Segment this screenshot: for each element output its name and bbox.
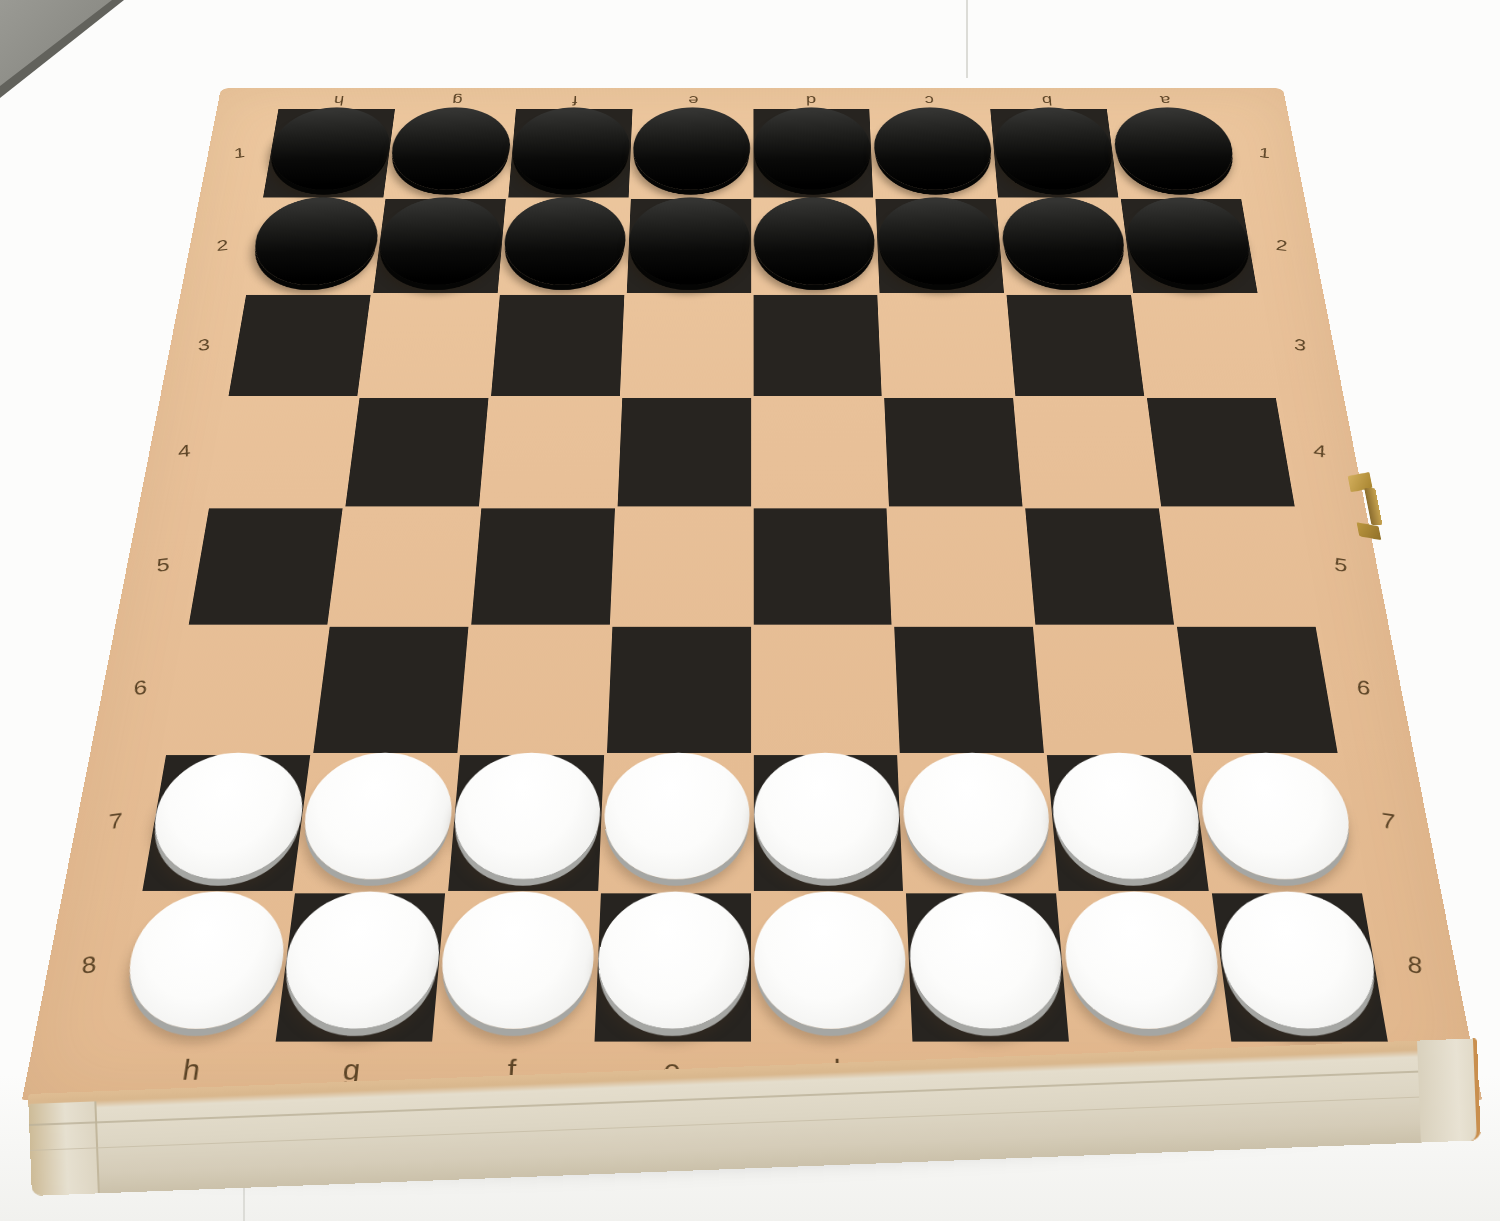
square — [872, 109, 996, 197]
white-checker — [437, 891, 597, 1029]
square — [373, 199, 506, 293]
black-checker — [387, 108, 513, 190]
square — [1025, 508, 1174, 625]
white-checker — [602, 753, 750, 880]
white-checker — [145, 753, 310, 880]
square — [295, 755, 457, 891]
white-checker — [297, 753, 456, 880]
square — [229, 295, 371, 396]
rank-label: 4 — [1282, 393, 1357, 511]
box-front-right-cap — [1417, 1038, 1481, 1142]
square — [612, 508, 751, 625]
square — [889, 508, 1033, 625]
square — [601, 755, 751, 891]
black-checker — [501, 197, 628, 285]
rank-label: 3 — [1263, 291, 1336, 401]
square — [753, 109, 873, 197]
white-checker — [754, 753, 902, 880]
rank-label: 7 — [1347, 749, 1428, 897]
square — [1177, 627, 1338, 753]
square — [1047, 755, 1209, 891]
square — [209, 398, 357, 506]
white-checker — [595, 891, 749, 1029]
square — [622, 295, 751, 396]
square — [142, 755, 310, 891]
square — [460, 627, 610, 753]
file-labels-top: h g f e d c b a — [278, 91, 1225, 110]
square — [448, 755, 604, 891]
rank-label: 1 — [1229, 106, 1298, 202]
square — [330, 508, 479, 625]
square — [1133, 295, 1275, 396]
square — [998, 199, 1131, 293]
square — [471, 508, 615, 625]
square — [1194, 755, 1362, 891]
rank-label: 3 — [169, 291, 239, 400]
checker-grid — [116, 109, 1388, 1042]
black-checker — [248, 197, 382, 285]
black-checker — [265, 108, 395, 190]
white-checker — [278, 891, 444, 1029]
white-checker — [119, 891, 291, 1029]
board-top-surface: h g f e d c b a 1 2 3 4 5 6 7 8 1 — [22, 88, 1482, 1100]
box-lower-seam — [30, 1094, 1479, 1151]
black-checker — [1121, 197, 1255, 285]
square — [990, 109, 1118, 197]
rank-label: 4 — [149, 394, 221, 511]
white-checker — [907, 891, 1067, 1029]
square — [617, 398, 751, 506]
square — [906, 894, 1069, 1042]
rank-label: 8 — [46, 887, 130, 1047]
square — [876, 199, 1005, 293]
black-checker — [876, 197, 1003, 285]
white-checker — [450, 753, 604, 880]
square — [500, 199, 629, 293]
square — [263, 109, 395, 197]
square — [481, 398, 619, 506]
white-checker — [754, 891, 908, 1029]
square — [246, 199, 383, 293]
square — [1121, 199, 1258, 293]
black-checker — [627, 197, 750, 285]
square — [345, 398, 488, 506]
rank-label: 1 — [206, 106, 273, 201]
square — [753, 627, 897, 753]
rank-label: 5 — [127, 503, 201, 629]
black-checker — [754, 108, 873, 190]
white-checker — [901, 753, 1055, 880]
square — [1109, 109, 1241, 197]
black-checker — [509, 108, 631, 190]
square — [386, 109, 514, 197]
square — [895, 627, 1045, 753]
square — [189, 508, 343, 625]
black-checker — [872, 108, 994, 190]
black-checker — [999, 197, 1129, 285]
square — [753, 398, 887, 506]
square — [1212, 894, 1388, 1042]
square — [166, 627, 327, 753]
square — [753, 755, 903, 891]
white-checker — [1048, 753, 1207, 880]
rank-label: 2 — [188, 196, 257, 298]
black-checker — [1109, 108, 1239, 190]
square — [1147, 398, 1295, 506]
white-checker — [1060, 891, 1226, 1029]
square — [753, 295, 882, 396]
square — [508, 109, 632, 197]
square — [1036, 627, 1191, 753]
checkers-box: h g f e d c b a 1 2 3 4 5 6 7 8 1 — [20, 0, 1484, 1100]
square — [1161, 508, 1315, 625]
square — [626, 199, 750, 293]
white-checker — [1212, 891, 1384, 1029]
black-checker — [632, 108, 751, 190]
square — [116, 894, 292, 1042]
square — [435, 894, 598, 1042]
rank-label: 7 — [75, 749, 155, 896]
black-checker — [754, 197, 877, 285]
square — [753, 508, 892, 625]
rank-label: 6 — [1323, 621, 1402, 758]
square — [1007, 295, 1145, 396]
rank-label: 2 — [1246, 196, 1317, 298]
square — [753, 894, 909, 1042]
square — [753, 199, 877, 293]
rank-label: 6 — [102, 622, 179, 758]
rank-label: 8 — [1372, 887, 1456, 1047]
white-checker — [1194, 753, 1359, 880]
black-checker — [991, 108, 1117, 190]
square — [313, 627, 468, 753]
black-checker — [375, 197, 505, 285]
square — [491, 295, 624, 396]
square — [275, 894, 444, 1042]
square — [607, 627, 751, 753]
square — [1016, 398, 1159, 506]
square — [900, 755, 1056, 891]
square — [1059, 894, 1228, 1042]
square — [360, 295, 498, 396]
square — [880, 295, 1013, 396]
square — [631, 109, 751, 197]
photo-stage: h g f e d c b a 1 2 3 4 5 6 7 8 1 — [0, 0, 1500, 1221]
clasp-bar — [1364, 488, 1382, 525]
square — [884, 398, 1022, 506]
square — [594, 894, 750, 1042]
